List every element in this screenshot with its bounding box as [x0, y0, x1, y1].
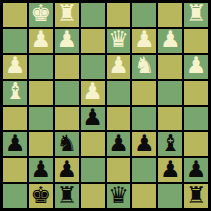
black-pawn: ♟ [186, 158, 207, 180]
square-a2[interactable] [184, 29, 208, 53]
white-pawn: ♟ [56, 29, 77, 51]
black-king: ♚ [31, 184, 52, 206]
square-g6[interactable] [29, 132, 53, 156]
square-d7[interactable] [107, 158, 131, 182]
square-f3[interactable] [55, 55, 79, 79]
square-c6[interactable]: ♟ [132, 132, 156, 156]
square-a4[interactable] [184, 81, 208, 105]
square-g2[interactable]: ♟ [29, 29, 53, 53]
square-b6[interactable]: ♝ [158, 132, 182, 156]
white-pawn: ♟ [134, 29, 155, 51]
square-f8[interactable]: ♜ [55, 184, 79, 208]
white-pawn: ♟ [160, 29, 181, 51]
square-b3[interactable] [158, 55, 182, 79]
square-a8[interactable]: ♜ [184, 184, 208, 208]
black-pawn: ♟ [108, 132, 129, 154]
black-pawn: ♟ [31, 158, 52, 180]
square-h7[interactable] [3, 158, 27, 182]
black-pawn: ♟ [134, 132, 155, 154]
white-pawn: ♟ [31, 29, 52, 51]
square-c7[interactable] [132, 158, 156, 182]
white-rook: ♜ [56, 3, 77, 25]
square-g8[interactable]: ♚ [29, 184, 53, 208]
square-d6[interactable]: ♟ [107, 132, 131, 156]
black-pawn: ♟ [5, 132, 26, 154]
square-a6[interactable] [184, 132, 208, 156]
square-d2[interactable]: ♛ [107, 29, 131, 53]
square-c2[interactable]: ♟ [132, 29, 156, 53]
black-knight: ♞ [56, 132, 77, 154]
square-e6[interactable] [81, 132, 105, 156]
white-bishop: ♝ [5, 81, 26, 103]
white-pawn: ♟ [108, 55, 129, 77]
square-c4[interactable] [132, 81, 156, 105]
square-g4[interactable] [29, 81, 53, 105]
chess-board: ♚♜♜♟♟♛♟♟♟♟♞♟♝♟♟♟♞♟♟♝♟♟♟♟♚♜♛♜ [0, 0, 211, 211]
square-c8[interactable] [132, 184, 156, 208]
white-queen: ♛ [108, 29, 129, 51]
white-pawn: ♟ [186, 55, 207, 77]
square-a5[interactable] [184, 107, 208, 131]
black-queen: ♛ [108, 184, 129, 206]
square-e4[interactable]: ♟ [81, 81, 105, 105]
square-g1[interactable]: ♚ [29, 3, 53, 27]
white-rook: ♜ [186, 3, 207, 25]
square-g5[interactable] [29, 107, 53, 131]
square-a7[interactable]: ♟ [184, 158, 208, 182]
square-d4[interactable] [107, 81, 131, 105]
square-c5[interactable] [132, 107, 156, 131]
white-pawn: ♟ [5, 55, 26, 77]
black-pawn: ♟ [56, 158, 77, 180]
square-f2[interactable]: ♟ [55, 29, 79, 53]
square-b1[interactable] [158, 3, 182, 27]
white-king: ♚ [31, 3, 52, 25]
square-g7[interactable]: ♟ [29, 158, 53, 182]
square-h8[interactable] [3, 184, 27, 208]
black-pawn: ♟ [160, 158, 181, 180]
square-h4[interactable]: ♝ [3, 81, 27, 105]
square-h5[interactable] [3, 107, 27, 131]
black-rook: ♜ [56, 184, 77, 206]
square-d1[interactable] [107, 3, 131, 27]
square-e1[interactable] [81, 3, 105, 27]
square-b2[interactable]: ♟ [158, 29, 182, 53]
square-e8[interactable] [81, 184, 105, 208]
square-e7[interactable] [81, 158, 105, 182]
black-rook: ♜ [186, 184, 207, 206]
square-c1[interactable] [132, 3, 156, 27]
square-f6[interactable]: ♞ [55, 132, 79, 156]
square-e2[interactable] [81, 29, 105, 53]
square-h2[interactable] [3, 29, 27, 53]
square-c3[interactable]: ♞ [132, 55, 156, 79]
square-f1[interactable]: ♜ [55, 3, 79, 27]
black-bishop: ♝ [160, 132, 181, 154]
square-e5[interactable]: ♟ [81, 107, 105, 131]
square-h1[interactable] [3, 3, 27, 27]
white-knight: ♞ [134, 55, 155, 77]
square-b4[interactable] [158, 81, 182, 105]
white-pawn: ♟ [82, 81, 103, 103]
square-d5[interactable] [107, 107, 131, 131]
black-pawn: ♟ [82, 107, 103, 129]
square-f7[interactable]: ♟ [55, 158, 79, 182]
square-g3[interactable] [29, 55, 53, 79]
square-h3[interactable]: ♟ [3, 55, 27, 79]
square-f4[interactable] [55, 81, 79, 105]
square-a1[interactable]: ♜ [184, 3, 208, 27]
square-b8[interactable] [158, 184, 182, 208]
square-f5[interactable] [55, 107, 79, 131]
square-h6[interactable]: ♟ [3, 132, 27, 156]
square-e3[interactable] [81, 55, 105, 79]
square-b7[interactable]: ♟ [158, 158, 182, 182]
square-b5[interactable] [158, 107, 182, 131]
square-d3[interactable]: ♟ [107, 55, 131, 79]
square-d8[interactable]: ♛ [107, 184, 131, 208]
square-a3[interactable]: ♟ [184, 55, 208, 79]
chess-board-wrap: ♚♜♜♟♟♛♟♟♟♟♞♟♝♟♟♟♞♟♟♝♟♟♟♟♚♜♛♜ [0, 0, 211, 211]
